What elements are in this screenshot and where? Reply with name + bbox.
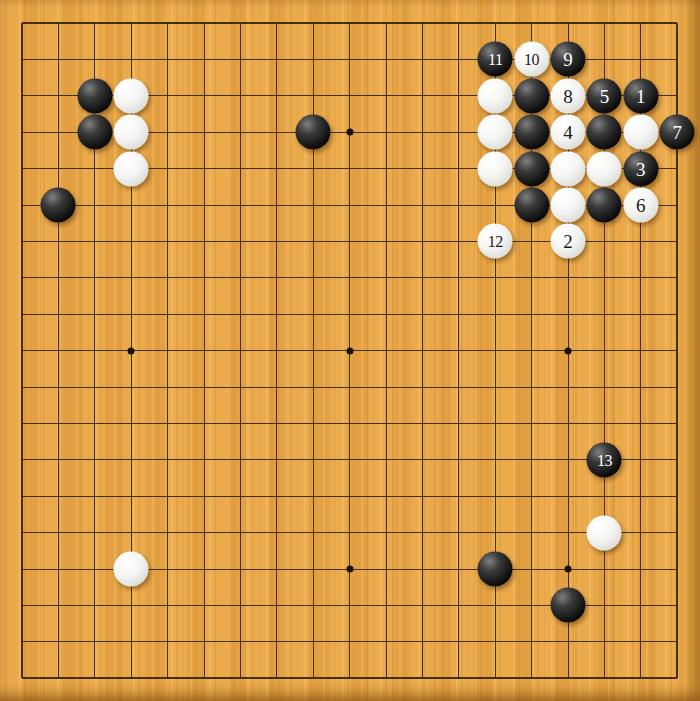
star-point [565,347,572,354]
star-point [346,566,353,573]
stone-white: 12 [478,224,513,259]
stone-white [587,151,622,186]
move-number: 10 [524,42,539,77]
stone-black [478,552,513,587]
stone-black [514,151,549,186]
stone-white [114,151,149,186]
stone-white: 8 [551,78,586,113]
move-number: 3 [636,151,646,186]
grid-line [422,23,423,678]
stone-black [551,588,586,623]
stone-black [587,188,622,223]
stone-black [514,115,549,150]
grid-line [22,677,677,679]
star-point [346,347,353,354]
stone-white [587,515,622,550]
stone-white [114,552,149,587]
stone-black: 11 [478,42,513,77]
stone-white [114,115,149,150]
stone-white [551,151,586,186]
grid-line [22,532,677,533]
move-number: 4 [563,115,573,150]
stone-black [514,78,549,113]
stone-black [77,78,112,113]
stone-white [114,78,149,113]
stone-black: 1 [623,78,658,113]
star-point [565,566,572,573]
move-number: 7 [672,115,682,150]
grid-line [458,23,459,678]
stone-black: 13 [587,442,622,477]
move-number: 8 [563,78,573,113]
stone-white: 10 [514,42,549,77]
grid-line [22,641,677,642]
stone-white [478,115,513,150]
move-number: 13 [597,442,612,477]
move-number: 12 [488,224,503,259]
grid-line [386,23,387,678]
stone-white [478,78,513,113]
grid-line [22,387,677,388]
stone-black: 3 [623,151,658,186]
grid-line [22,423,677,424]
move-number: 2 [563,224,573,259]
move-number: 9 [563,42,573,77]
stone-white [478,151,513,186]
stone-black: 5 [587,78,622,113]
star-point [128,347,135,354]
grid-line [22,459,677,460]
stone-black: 9 [551,42,586,77]
go-board[interactable]: 11109851473612213 [0,0,700,701]
stone-black [41,188,76,223]
move-number: 1 [636,78,646,113]
stone-white: 2 [551,224,586,259]
move-number: 11 [488,42,502,77]
move-number: 5 [600,78,610,113]
stone-black [587,115,622,150]
stone-white [551,188,586,223]
star-point [346,129,353,136]
stone-black: 7 [660,115,695,150]
move-number: 6 [636,188,646,223]
stone-white [623,115,658,150]
stone-black [296,115,331,150]
stone-black [514,188,549,223]
stone-black [77,115,112,150]
stone-white: 4 [551,115,586,150]
stone-white: 6 [623,188,658,223]
grid-line [22,496,677,497]
